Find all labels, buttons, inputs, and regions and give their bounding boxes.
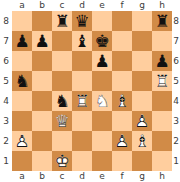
file-label-top-c: c <box>52 1 72 10</box>
square-d4[interactable]: ♜♖ <box>72 91 92 111</box>
square-c3[interactable]: ♛♕ <box>52 111 72 131</box>
bishop-outline-icon: ♗ <box>134 133 149 150</box>
square-a4[interactable] <box>12 91 32 111</box>
chess-board: ♜♛♜♟♟♝♚♟♟♞♜♖♞♜♖♞♘♝♗♛♕♟♙♟♙♟♙♝♗♚♔ <box>12 11 172 171</box>
knight-icon: ♞ <box>54 93 69 110</box>
piece-white-pawn-a2[interactable]: ♟♙ <box>12 131 32 151</box>
square-e7[interactable]: ♚ <box>92 31 112 51</box>
square-a1[interactable] <box>12 151 32 171</box>
square-f8[interactable] <box>112 11 132 31</box>
file-label-bottom-a: a <box>12 172 32 181</box>
rook-outline-icon: ♖ <box>154 73 169 90</box>
rank-label-right-2: 2 <box>172 137 180 146</box>
square-c2[interactable] <box>52 131 72 151</box>
square-e1[interactable] <box>92 151 112 171</box>
queen-icon: ♛ <box>74 13 89 30</box>
square-b4[interactable] <box>32 91 52 111</box>
square-e3[interactable] <box>92 111 112 131</box>
square-d2[interactable] <box>72 131 92 151</box>
king-outline-icon: ♔ <box>54 153 69 170</box>
square-e6[interactable]: ♟ <box>92 51 112 71</box>
square-b7[interactable]: ♟ <box>32 31 52 51</box>
piece-black-bishop-d7[interactable]: ♝ <box>72 31 92 51</box>
square-h6[interactable]: ♟ <box>152 51 172 71</box>
square-e4[interactable]: ♞♘ <box>92 91 112 111</box>
rank-label-right-8: 8 <box>172 17 180 26</box>
square-e2[interactable] <box>92 131 112 151</box>
square-d6[interactable] <box>72 51 92 71</box>
pawn-outline-icon: ♙ <box>14 133 29 150</box>
square-f5[interactable] <box>112 71 132 91</box>
rank-label-left-7: 7 <box>0 37 12 46</box>
square-g8[interactable] <box>132 11 152 31</box>
square-a7[interactable]: ♟ <box>12 31 32 51</box>
square-h8[interactable]: ♜ <box>152 11 172 31</box>
file-label-bottom-d: d <box>72 172 92 181</box>
rank-label-left-2: 2 <box>0 137 12 146</box>
square-d3[interactable] <box>72 111 92 131</box>
pawn-icon: ♟ <box>94 53 109 70</box>
square-c1[interactable]: ♚♔ <box>52 151 72 171</box>
piece-black-rook-c8[interactable]: ♜ <box>52 11 72 31</box>
square-b5[interactable] <box>32 71 52 91</box>
square-g3[interactable]: ♟♙ <box>132 111 152 131</box>
rank-labels-left: 87654321 <box>0 11 12 171</box>
square-f4[interactable]: ♝♗ <box>112 91 132 111</box>
square-c4[interactable]: ♞ <box>52 91 72 111</box>
rook-icon: ♜ <box>54 13 69 30</box>
file-label-bottom-b: b <box>32 172 52 181</box>
piece-black-pawn-b7[interactable]: ♟ <box>32 31 52 51</box>
square-h3[interactable] <box>152 111 172 131</box>
rank-label-left-6: 6 <box>0 57 12 66</box>
file-label-top-d: d <box>72 1 92 10</box>
square-h1[interactable] <box>152 151 172 171</box>
piece-white-knight-e4[interactable]: ♞♘ <box>92 91 112 111</box>
square-c5[interactable] <box>52 71 72 91</box>
square-a8[interactable] <box>12 11 32 31</box>
file-label-top-f: f <box>112 1 132 10</box>
file-labels-bottom: abcdefgh <box>12 171 172 182</box>
knight-outline-icon: ♘ <box>94 93 109 110</box>
file-label-bottom-e: e <box>92 172 112 181</box>
pawn-icon: ♟ <box>34 33 49 50</box>
square-f7[interactable] <box>112 31 132 51</box>
square-d8[interactable]: ♛ <box>72 11 92 31</box>
square-h5[interactable]: ♜♖ <box>152 71 172 91</box>
file-label-top-g: g <box>132 1 152 10</box>
square-b2[interactable] <box>32 131 52 151</box>
file-label-bottom-h: h <box>152 172 172 181</box>
knight-icon: ♞ <box>14 73 29 90</box>
square-g4[interactable] <box>132 91 152 111</box>
file-label-bottom-f: f <box>112 172 132 181</box>
piece-white-king-c1[interactable]: ♚♔ <box>52 151 72 171</box>
file-label-top-h: h <box>152 1 172 10</box>
rank-label-right-5: 5 <box>172 77 180 86</box>
rank-label-left-3: 3 <box>0 117 12 126</box>
piece-black-pawn-h6[interactable]: ♟ <box>152 51 172 71</box>
file-labels-top: abcdefgh <box>12 0 172 11</box>
square-f2[interactable]: ♟♙ <box>112 131 132 151</box>
piece-black-pawn-a7[interactable]: ♟ <box>12 31 32 51</box>
piece-white-pawn-f2[interactable]: ♟♙ <box>112 131 132 151</box>
square-a2[interactable]: ♟♙ <box>12 131 32 151</box>
square-f1[interactable] <box>112 151 132 171</box>
piece-black-queen-d8[interactable]: ♛ <box>72 11 92 31</box>
chess-board-diagram: abcdefgh 87654321 ♜♛♜♟♟♝♚♟♟♞♜♖♞♜♖♞♘♝♗♛♕♟… <box>0 0 180 182</box>
file-label-bottom-g: g <box>132 172 152 181</box>
piece-white-bishop-f4[interactable]: ♝♗ <box>112 91 132 111</box>
queen-outline-icon: ♕ <box>54 113 69 130</box>
square-h7[interactable] <box>152 31 172 51</box>
square-g6[interactable] <box>132 51 152 71</box>
piece-white-bishop-g2[interactable]: ♝♗ <box>132 131 152 151</box>
bishop-icon: ♝ <box>74 33 89 50</box>
pawn-outline-icon: ♙ <box>114 133 129 150</box>
piece-black-pawn-e6[interactable]: ♟ <box>92 51 112 71</box>
piece-white-queen-c3[interactable]: ♛♕ <box>52 111 72 131</box>
piece-black-rook-h8[interactable]: ♜ <box>152 11 172 31</box>
piece-white-rook-d4[interactable]: ♜♖ <box>72 91 92 111</box>
file-label-top-b: b <box>32 1 52 10</box>
square-e8[interactable] <box>92 11 112 31</box>
square-e5[interactable] <box>92 71 112 91</box>
square-d1[interactable] <box>72 151 92 171</box>
rank-label-left-1: 1 <box>0 157 12 166</box>
square-a3[interactable] <box>12 111 32 131</box>
square-d5[interactable] <box>72 71 92 91</box>
file-label-top-a: a <box>12 1 32 10</box>
file-label-bottom-c: c <box>52 172 72 181</box>
square-c7[interactable] <box>52 31 72 51</box>
rook-outline-icon: ♖ <box>74 93 89 110</box>
bishop-outline-icon: ♗ <box>114 93 129 110</box>
square-b8[interactable] <box>32 11 52 31</box>
rank-label-left-4: 4 <box>0 97 12 106</box>
rook-icon: ♜ <box>154 13 169 30</box>
square-b3[interactable] <box>32 111 52 131</box>
rank-labels-right: 87654321 <box>172 11 180 171</box>
piece-black-king-e7[interactable]: ♚ <box>92 31 112 51</box>
rank-label-right-1: 1 <box>172 157 180 166</box>
square-c8[interactable]: ♜ <box>52 11 72 31</box>
pawn-icon: ♟ <box>14 33 29 50</box>
square-g1[interactable] <box>132 151 152 171</box>
rank-label-left-5: 5 <box>0 77 12 86</box>
square-g2[interactable]: ♝♗ <box>132 131 152 151</box>
king-icon: ♚ <box>94 33 109 50</box>
rank-label-right-7: 7 <box>172 37 180 46</box>
square-b6[interactable] <box>32 51 52 71</box>
file-label-top-e: e <box>92 1 112 10</box>
piece-white-rook-h5[interactable]: ♜♖ <box>152 71 172 91</box>
square-c6[interactable] <box>52 51 72 71</box>
piece-black-knight-c4[interactable]: ♞ <box>52 91 72 111</box>
square-h4[interactable] <box>152 91 172 111</box>
square-h2[interactable] <box>152 131 172 151</box>
square-g7[interactable] <box>132 31 152 51</box>
piece-white-pawn-g3[interactable]: ♟♙ <box>132 111 152 131</box>
rank-label-right-4: 4 <box>172 97 180 106</box>
rank-label-right-6: 6 <box>172 57 180 66</box>
square-f6[interactable] <box>112 51 132 71</box>
pawn-outline-icon: ♙ <box>134 113 149 130</box>
square-a5[interactable]: ♞ <box>12 71 32 91</box>
square-f3[interactable] <box>112 111 132 131</box>
square-g5[interactable] <box>132 71 152 91</box>
pawn-icon: ♟ <box>154 53 169 70</box>
rank-label-right-3: 3 <box>172 117 180 126</box>
square-d7[interactable]: ♝ <box>72 31 92 51</box>
square-a6[interactable] <box>12 51 32 71</box>
rank-label-left-8: 8 <box>0 17 12 26</box>
piece-black-knight-a5[interactable]: ♞ <box>12 71 32 91</box>
square-b1[interactable] <box>32 151 52 171</box>
